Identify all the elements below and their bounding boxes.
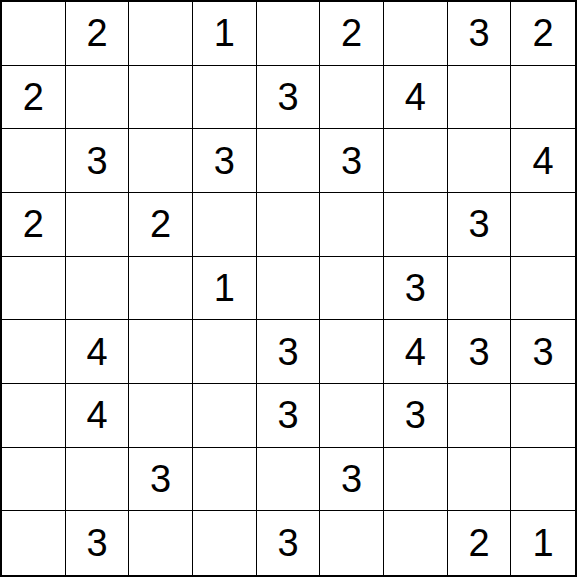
cell-r8c6[interactable]: 3 — [320, 448, 384, 512]
cell-r1c1[interactable] — [2, 2, 66, 66]
cell-r2c6[interactable] — [320, 66, 384, 130]
cell-r8c7[interactable] — [384, 448, 448, 512]
cell-r7c9[interactable] — [511, 384, 575, 448]
cell-r9c5[interactable]: 3 — [257, 511, 321, 575]
cell-r2c4[interactable] — [193, 66, 257, 130]
cell-r3c9[interactable]: 4 — [511, 129, 575, 193]
cell-r8c9[interactable] — [511, 448, 575, 512]
cell-r1c6[interactable]: 2 — [320, 2, 384, 66]
cell-r7c5[interactable]: 3 — [257, 384, 321, 448]
cell-r1c8[interactable]: 3 — [448, 2, 512, 66]
cell-r9c3[interactable] — [129, 511, 193, 575]
cell-r4c9[interactable] — [511, 193, 575, 257]
cell-r5c7[interactable]: 3 — [384, 257, 448, 321]
cell-r4c4[interactable] — [193, 193, 257, 257]
cell-r2c8[interactable] — [448, 66, 512, 130]
cell-r2c9[interactable] — [511, 66, 575, 130]
cell-r2c1[interactable]: 2 — [2, 66, 66, 130]
cell-r9c4[interactable] — [193, 511, 257, 575]
cell-r1c9[interactable]: 2 — [511, 2, 575, 66]
cell-r6c4[interactable] — [193, 320, 257, 384]
cell-r6c8[interactable]: 3 — [448, 320, 512, 384]
cell-r7c6[interactable] — [320, 384, 384, 448]
cell-r7c2[interactable]: 4 — [66, 384, 130, 448]
cell-r5c4[interactable]: 1 — [193, 257, 257, 321]
cell-r7c4[interactable] — [193, 384, 257, 448]
cell-r8c5[interactable] — [257, 448, 321, 512]
cell-r7c1[interactable] — [2, 384, 66, 448]
cell-r8c2[interactable] — [66, 448, 130, 512]
cell-r5c5[interactable] — [257, 257, 321, 321]
cell-r8c8[interactable] — [448, 448, 512, 512]
puzzle-board: 2 1 2 3 2 2 3 4 3 3 3 4 2 2 3 1 3 4 3 4 … — [0, 0, 577, 577]
cell-r4c2[interactable] — [66, 193, 130, 257]
cell-r3c5[interactable] — [257, 129, 321, 193]
cell-r1c5[interactable] — [257, 2, 321, 66]
cell-r4c1[interactable]: 2 — [2, 193, 66, 257]
cell-r4c3[interactable]: 2 — [129, 193, 193, 257]
cell-r3c2[interactable]: 3 — [66, 129, 130, 193]
cell-r2c2[interactable] — [66, 66, 130, 130]
cell-r5c1[interactable] — [2, 257, 66, 321]
cell-r2c3[interactable] — [129, 66, 193, 130]
cell-r4c8[interactable]: 3 — [448, 193, 512, 257]
cell-r5c3[interactable] — [129, 257, 193, 321]
cell-r5c9[interactable] — [511, 257, 575, 321]
cell-r1c4[interactable]: 1 — [193, 2, 257, 66]
cell-r9c9[interactable]: 1 — [511, 511, 575, 575]
cell-r2c5[interactable]: 3 — [257, 66, 321, 130]
cell-r6c1[interactable] — [2, 320, 66, 384]
cell-r6c5[interactable]: 3 — [257, 320, 321, 384]
cell-r6c6[interactable] — [320, 320, 384, 384]
cell-r3c1[interactable] — [2, 129, 66, 193]
cell-r3c6[interactable]: 3 — [320, 129, 384, 193]
cell-r6c9[interactable]: 3 — [511, 320, 575, 384]
cell-r1c3[interactable] — [129, 2, 193, 66]
cell-r3c4[interactable]: 3 — [193, 129, 257, 193]
cell-r8c3[interactable]: 3 — [129, 448, 193, 512]
cell-r8c4[interactable] — [193, 448, 257, 512]
cell-r9c6[interactable] — [320, 511, 384, 575]
cell-r7c3[interactable] — [129, 384, 193, 448]
cell-r6c2[interactable]: 4 — [66, 320, 130, 384]
cell-r6c3[interactable] — [129, 320, 193, 384]
cell-r5c8[interactable] — [448, 257, 512, 321]
cell-r6c7[interactable]: 4 — [384, 320, 448, 384]
cell-r1c7[interactable] — [384, 2, 448, 66]
cell-r9c2[interactable]: 3 — [66, 511, 130, 575]
cell-r4c5[interactable] — [257, 193, 321, 257]
cell-r4c7[interactable] — [384, 193, 448, 257]
cell-r3c7[interactable] — [384, 129, 448, 193]
cell-r7c8[interactable] — [448, 384, 512, 448]
cell-r7c7[interactable]: 3 — [384, 384, 448, 448]
cell-r8c1[interactable] — [2, 448, 66, 512]
cell-r9c7[interactable] — [384, 511, 448, 575]
cell-r1c2[interactable]: 2 — [66, 2, 130, 66]
cell-r3c3[interactable] — [129, 129, 193, 193]
cell-r3c8[interactable] — [448, 129, 512, 193]
cell-r9c8[interactable]: 2 — [448, 511, 512, 575]
cell-r2c7[interactable]: 4 — [384, 66, 448, 130]
cell-r5c2[interactable] — [66, 257, 130, 321]
cell-r5c6[interactable] — [320, 257, 384, 321]
cell-r9c1[interactable] — [2, 511, 66, 575]
cell-r4c6[interactable] — [320, 193, 384, 257]
